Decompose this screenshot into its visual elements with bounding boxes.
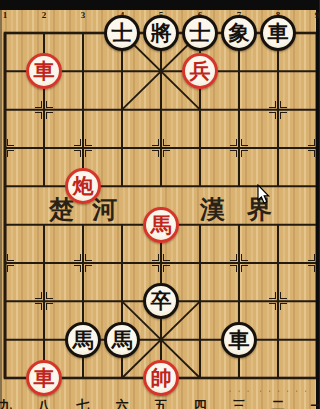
- piece-black-elephant[interactable]: 象: [221, 15, 257, 51]
- bottom-file-label: 三: [233, 397, 246, 409]
- point-marker: [152, 254, 170, 272]
- piece-red-soldier[interactable]: 兵: [182, 53, 218, 89]
- piece-black-chariot[interactable]: 車: [221, 322, 257, 358]
- right-black-bar: [316, 0, 319, 409]
- bottom-file-label: 四: [194, 397, 207, 409]
- piece-black-general[interactable]: 將: [143, 15, 179, 51]
- bottom-file-label: 八: [38, 397, 51, 409]
- top-file-label: 9: [315, 10, 319, 20]
- point-marker: [308, 254, 319, 272]
- piece-black-advisor[interactable]: 士: [104, 15, 140, 51]
- point-marker: [269, 101, 287, 119]
- left-edge-shade: [0, 0, 2, 409]
- piece-black-horse[interactable]: 馬: [65, 322, 101, 358]
- watermark: ・・・ ・・・・・・・・: [226, 386, 311, 398]
- point-marker: [269, 292, 287, 310]
- bottom-file-label: 一: [311, 397, 320, 409]
- bottom-file-label: 六: [116, 397, 129, 409]
- piece-red-general[interactable]: 帥: [143, 360, 179, 396]
- piece-black-chariot[interactable]: 車: [260, 15, 296, 51]
- point-marker: [230, 254, 248, 272]
- piece-red-horse[interactable]: 馬: [143, 207, 179, 243]
- point-marker: [152, 139, 170, 157]
- piece-black-soldier[interactable]: 卒: [143, 283, 179, 319]
- top-file-label: 2: [42, 10, 47, 20]
- bottom-file-label: 九: [0, 397, 12, 409]
- piece-black-advisor[interactable]: 士: [182, 15, 218, 51]
- bottom-file-label: 二: [272, 397, 285, 409]
- mouse-cursor-icon: [256, 184, 271, 205]
- point-marker: [0, 139, 14, 157]
- piece-red-chariot[interactable]: 車: [26, 53, 62, 89]
- piece-red-chariot[interactable]: 車: [26, 360, 62, 396]
- river-label-han: 漢界: [200, 193, 294, 226]
- piece-black-horse[interactable]: 馬: [104, 322, 140, 358]
- xiangqi-app-window: 士將士象車車兵炮馬卒馬馬車車帥 楚河 漢界 ・・・ ・・・・・・・・ 12345…: [0, 0, 319, 409]
- point-marker: [35, 101, 53, 119]
- point-marker: [230, 139, 248, 157]
- point-marker: [0, 254, 14, 272]
- bottom-file-label: 七: [77, 397, 90, 409]
- top-file-label: 1: [3, 10, 8, 20]
- point-marker: [308, 139, 319, 157]
- top-file-label: 3: [81, 10, 86, 20]
- bottom-file-label: 五: [155, 397, 168, 409]
- point-marker: [74, 254, 92, 272]
- point-marker: [74, 139, 92, 157]
- point-marker: [35, 292, 53, 310]
